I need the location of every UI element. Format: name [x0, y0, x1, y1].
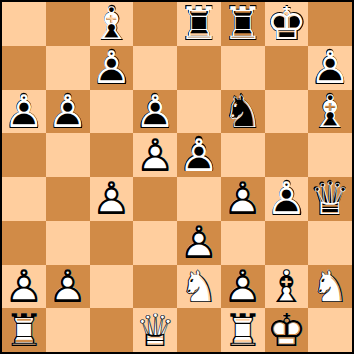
square-f6[interactable]: ♞♘	[221, 90, 265, 134]
black-bishop-icon: ♗	[90, 2, 134, 46]
square-h6[interactable]: ♝♗	[308, 90, 352, 134]
white-pawn-fill-icon: ♟	[2, 265, 46, 309]
piece-white-pawn[interactable]: ♟♙	[46, 265, 90, 309]
square-h2[interactable]: ♞♘	[308, 265, 352, 309]
black-knight-icon: ♘	[221, 90, 265, 134]
square-g6[interactable]	[265, 90, 309, 134]
black-king-fill-icon: ♚	[263, 0, 310, 47]
square-g8[interactable]: ♚♔	[265, 2, 309, 46]
square-d5[interactable]: ♟♙	[133, 133, 177, 177]
black-pawn-fill-icon: ♟	[307, 44, 354, 91]
square-f2[interactable]: ♟♙	[221, 265, 265, 309]
square-b3[interactable]	[46, 221, 90, 265]
black-pawn-icon: ♙	[308, 46, 352, 90]
square-c7[interactable]: ♟♙	[90, 46, 134, 90]
black-knight-fill-icon: ♞	[219, 88, 266, 135]
square-c2[interactable]	[90, 265, 134, 309]
square-g1[interactable]: ♚♔	[265, 308, 309, 352]
white-bishop-icon: ♗	[265, 265, 309, 309]
square-e5[interactable]: ♟♙	[177, 133, 221, 177]
white-rook-icon: ♖	[2, 308, 46, 352]
white-queen-icon: ♕	[133, 308, 177, 352]
square-c6[interactable]	[90, 90, 134, 134]
white-pawn-fill-icon: ♟	[46, 265, 90, 309]
black-bishop-fill-icon: ♝	[88, 0, 135, 47]
square-f7[interactable]	[221, 46, 265, 90]
square-g7[interactable]	[265, 46, 309, 90]
black-pawn-fill-icon: ♟	[0, 88, 47, 135]
piece-white-pawn[interactable]: ♟♙	[133, 133, 177, 177]
white-rook-icon: ♖	[221, 308, 265, 352]
square-f8[interactable]: ♜♖	[221, 2, 265, 46]
square-e7[interactable]	[177, 46, 221, 90]
white-rook-fill-icon: ♜	[2, 308, 46, 352]
square-c3[interactable]	[90, 221, 134, 265]
square-a2[interactable]: ♟♙	[2, 265, 46, 309]
black-pawn-icon: ♙	[133, 90, 177, 134]
square-h3[interactable]	[308, 221, 352, 265]
piece-white-pawn[interactable]: ♟♙	[221, 265, 265, 309]
white-pawn-fill-icon: ♟	[221, 177, 265, 221]
white-pawn-icon: ♙	[177, 221, 221, 265]
white-pawn-icon: ♙	[2, 265, 46, 309]
black-pawn-fill-icon: ♟	[175, 132, 222, 179]
square-g4[interactable]: ♟♙	[265, 177, 309, 221]
white-pawn-fill-icon: ♟	[221, 265, 265, 309]
piece-black-queen[interactable]: ♛♕	[308, 177, 352, 221]
square-c1[interactable]	[90, 308, 134, 352]
white-pawn-icon: ♙	[90, 177, 134, 221]
square-b2[interactable]: ♟♙	[46, 265, 90, 309]
square-e6[interactable]	[177, 90, 221, 134]
square-a1[interactable]: ♜♖	[2, 308, 46, 352]
square-c4[interactable]: ♟♙	[90, 177, 134, 221]
piece-white-bishop[interactable]: ♝♗	[265, 265, 309, 309]
square-h1[interactable]	[308, 308, 352, 352]
white-king-icon: ♔	[265, 308, 309, 352]
white-queen-fill-icon: ♛	[133, 308, 177, 352]
square-c8[interactable]: ♝♗	[90, 2, 134, 46]
piece-white-pawn[interactable]: ♟♙	[177, 221, 221, 265]
square-b1[interactable]	[46, 308, 90, 352]
square-e4[interactable]	[177, 177, 221, 221]
square-c5[interactable]	[90, 133, 134, 177]
black-pawn-fill-icon: ♟	[44, 88, 91, 135]
white-pawn-icon: ♙	[221, 177, 265, 221]
piece-black-pawn[interactable]: ♟♙	[133, 90, 177, 134]
square-f5[interactable]	[221, 133, 265, 177]
black-pawn-icon: ♙	[177, 133, 221, 177]
piece-black-king[interactable]: ♚♔	[265, 2, 309, 46]
square-h7[interactable]: ♟♙	[308, 46, 352, 90]
black-pawn-fill-icon: ♟	[88, 44, 135, 91]
white-king-fill-icon: ♚	[265, 308, 309, 352]
piece-black-pawn[interactable]: ♟♙	[177, 133, 221, 177]
black-queen-icon: ♕	[308, 177, 352, 221]
square-a4[interactable]	[2, 177, 46, 221]
square-g2[interactable]: ♝♗	[265, 265, 309, 309]
black-rook-fill-icon: ♜	[175, 0, 222, 47]
black-bishop-icon: ♗	[308, 90, 352, 134]
square-d7[interactable]	[133, 46, 177, 90]
square-d2[interactable]	[133, 265, 177, 309]
square-a7[interactable]	[2, 46, 46, 90]
square-b7[interactable]	[46, 46, 90, 90]
piece-white-rook[interactable]: ♜♖	[221, 308, 265, 352]
square-a8[interactable]	[2, 2, 46, 46]
piece-white-knight[interactable]: ♞♘	[308, 265, 352, 309]
square-b8[interactable]	[46, 2, 90, 46]
black-king-icon: ♔	[265, 2, 309, 46]
white-pawn-fill-icon: ♟	[177, 221, 221, 265]
square-d3[interactable]	[133, 221, 177, 265]
square-f3[interactable]	[221, 221, 265, 265]
piece-white-pawn[interactable]: ♟♙	[90, 177, 134, 221]
white-pawn-icon: ♙	[221, 265, 265, 309]
white-pawn-fill-icon: ♟	[90, 177, 134, 221]
square-h5[interactable]	[308, 133, 352, 177]
square-d4[interactable]	[133, 177, 177, 221]
square-d6[interactable]: ♟♙	[133, 90, 177, 134]
piece-black-pawn[interactable]: ♟♙	[90, 46, 134, 90]
square-d8[interactable]	[133, 2, 177, 46]
chess-board: ♝♗♜♖♜♖♚♔♟♙♟♙♟♙♟♙♟♙♞♘♝♗♟♙♟♙♟♙♟♙♟♙♛♕♟♙♟♙♟♙…	[0, 0, 354, 354]
square-g3[interactable]	[265, 221, 309, 265]
piece-black-rook[interactable]: ♜♖	[177, 2, 221, 46]
piece-white-pawn[interactable]: ♟♙	[221, 177, 265, 221]
piece-black-pawn[interactable]: ♟♙	[2, 90, 46, 134]
black-rook-icon: ♖	[221, 2, 265, 46]
black-pawn-fill-icon: ♟	[132, 88, 179, 135]
black-pawn-icon: ♙	[2, 90, 46, 134]
piece-white-king[interactable]: ♚♔	[265, 308, 309, 352]
square-e3[interactable]: ♟♙	[177, 221, 221, 265]
square-b4[interactable]	[46, 177, 90, 221]
piece-black-pawn[interactable]: ♟♙	[46, 90, 90, 134]
white-rook-fill-icon: ♜	[221, 308, 265, 352]
piece-white-queen[interactable]: ♛♕	[133, 308, 177, 352]
black-pawn-icon: ♙	[90, 46, 134, 90]
piece-white-rook[interactable]: ♜♖	[2, 308, 46, 352]
square-e2[interactable]: ♞♘	[177, 265, 221, 309]
piece-white-knight[interactable]: ♞♘	[177, 265, 221, 309]
square-e8[interactable]: ♜♖	[177, 2, 221, 46]
square-d1[interactable]: ♛♕	[133, 308, 177, 352]
white-knight-icon: ♘	[308, 265, 352, 309]
square-f4[interactable]: ♟♙	[221, 177, 265, 221]
square-a3[interactable]	[2, 221, 46, 265]
black-pawn-icon: ♙	[265, 177, 309, 221]
piece-black-bishop[interactable]: ♝♗	[308, 90, 352, 134]
square-b6[interactable]: ♟♙	[46, 90, 90, 134]
black-queen-fill-icon: ♛	[307, 175, 354, 222]
white-bishop-fill-icon: ♝	[265, 265, 309, 309]
black-pawn-fill-icon: ♟	[263, 175, 310, 222]
white-knight-icon: ♘	[177, 265, 221, 309]
white-pawn-icon: ♙	[46, 265, 90, 309]
square-g5[interactable]	[265, 133, 309, 177]
square-h8[interactable]	[308, 2, 352, 46]
piece-white-pawn[interactable]: ♟♙	[2, 265, 46, 309]
square-e1[interactable]	[177, 308, 221, 352]
black-rook-fill-icon: ♜	[219, 0, 266, 47]
square-a6[interactable]: ♟♙	[2, 90, 46, 134]
square-b5[interactable]	[46, 133, 90, 177]
piece-black-bishop[interactable]: ♝♗	[90, 2, 134, 46]
white-knight-fill-icon: ♞	[308, 265, 352, 309]
white-knight-fill-icon: ♞	[177, 265, 221, 309]
piece-black-rook[interactable]: ♜♖	[221, 2, 265, 46]
white-pawn-fill-icon: ♟	[133, 133, 177, 177]
white-pawn-icon: ♙	[133, 133, 177, 177]
black-rook-icon: ♖	[177, 2, 221, 46]
black-bishop-fill-icon: ♝	[307, 88, 354, 135]
black-pawn-icon: ♙	[46, 90, 90, 134]
square-a5[interactable]	[2, 133, 46, 177]
piece-black-pawn[interactable]: ♟♙	[308, 46, 352, 90]
square-f1[interactable]: ♜♖	[221, 308, 265, 352]
square-h4[interactable]: ♛♕	[308, 177, 352, 221]
piece-black-knight[interactable]: ♞♘	[221, 90, 265, 134]
piece-black-pawn[interactable]: ♟♙	[265, 177, 309, 221]
